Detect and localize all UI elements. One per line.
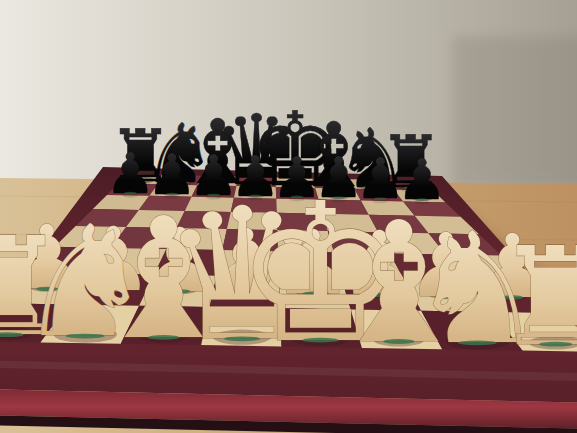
board-photo: ♜♞♝♛♚♝♞♜♟♟♟♟♟♟♟♟♟♟♟♟♟♟♟♟♜♞♝♛♚♝♞♜ <box>0 0 577 433</box>
wall-shadow <box>452 36 577 186</box>
piece-white-rook-h1[interactable]: ♜ <box>495 218 577 376</box>
felt-base <box>458 340 497 345</box>
felt-base <box>539 342 572 347</box>
chess-photo-scene: ♜♞♝♛♚♝♞♜♟♟♟♟♟♟♟♟♟♟♟♟♟♟♟♟♜♞♝♛♚♝♞♜ <box>0 0 577 433</box>
